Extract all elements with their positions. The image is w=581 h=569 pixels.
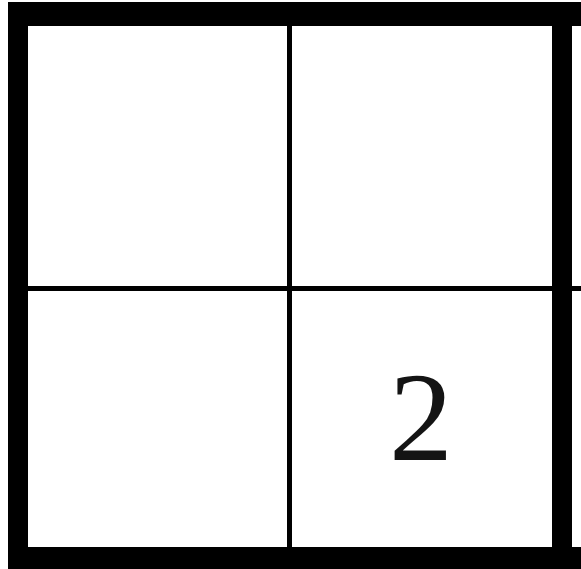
cell-grid: 2 <box>28 26 552 547</box>
puzzle-board: 2 <box>0 0 581 569</box>
cell-r2c1[interactable] <box>28 287 290 548</box>
thick-border-left <box>8 2 28 569</box>
thick-border-top <box>8 2 581 26</box>
thick-border-bottom <box>8 547 581 569</box>
adjacent-column-sliver <box>572 26 581 547</box>
board-scan-layer: 2 <box>0 0 581 569</box>
cell-r1c1[interactable] <box>28 26 290 287</box>
cell-r2c2[interactable]: 2 <box>290 287 552 548</box>
cell-r1c2[interactable] <box>290 26 552 287</box>
